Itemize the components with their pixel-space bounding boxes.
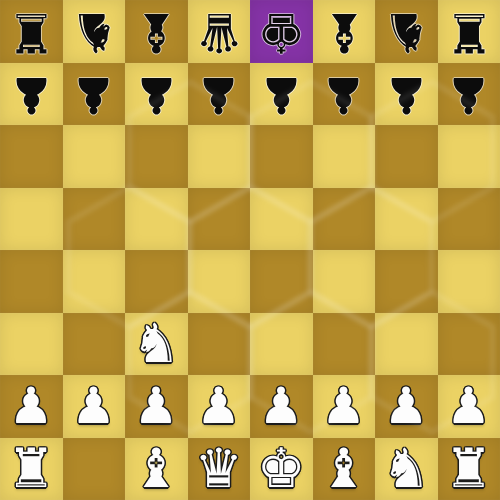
piece-black-pawn: ♟ xyxy=(446,63,491,126)
square-b8[interactable]: ♞ xyxy=(63,0,126,63)
square-b4[interactable] xyxy=(63,250,126,313)
square-e8[interactable]: ♚ xyxy=(250,0,313,63)
square-h6[interactable] xyxy=(438,125,500,188)
piece-black-king: ♚ xyxy=(257,0,305,63)
square-c5[interactable] xyxy=(125,188,188,251)
piece-white-pawn: ♟ xyxy=(71,375,116,438)
piece-white-pawn: ♟ xyxy=(384,375,429,438)
chess-board-wrapper: ♜♞♝♛♚♝♞♜♟♟♟♟♟♟♟♟♞♟♟♟♟♟♟♟♟♜♝♛♚♝♞♜ xyxy=(0,0,500,500)
square-a1[interactable]: ♜ xyxy=(0,438,63,500)
piece-white-pawn: ♟ xyxy=(259,375,304,438)
square-d2[interactable]: ♟ xyxy=(188,375,251,438)
square-g2[interactable]: ♟ xyxy=(375,375,438,438)
square-g6[interactable] xyxy=(375,125,438,188)
piece-white-knight: ♞ xyxy=(382,438,430,500)
piece-white-bishop: ♝ xyxy=(320,438,368,500)
piece-black-rook: ♜ xyxy=(7,0,55,63)
square-b2[interactable]: ♟ xyxy=(63,375,126,438)
piece-white-pawn: ♟ xyxy=(134,375,179,438)
square-f6[interactable] xyxy=(313,125,376,188)
piece-black-bishop: ♝ xyxy=(132,0,180,63)
piece-black-knight: ♞ xyxy=(382,0,430,63)
square-e2[interactable]: ♟ xyxy=(250,375,313,438)
square-g3[interactable] xyxy=(375,313,438,376)
piece-white-rook: ♜ xyxy=(445,438,493,500)
square-d1[interactable]: ♛ xyxy=(188,438,251,500)
square-f4[interactable] xyxy=(313,250,376,313)
square-e3[interactable] xyxy=(250,313,313,376)
square-g5[interactable] xyxy=(375,188,438,251)
piece-black-pawn: ♟ xyxy=(134,63,179,126)
square-e1[interactable]: ♚ xyxy=(250,438,313,500)
piece-white-bishop: ♝ xyxy=(132,438,180,500)
piece-black-pawn: ♟ xyxy=(9,63,54,126)
square-a8[interactable]: ♜ xyxy=(0,0,63,63)
square-d4[interactable] xyxy=(188,250,251,313)
square-f1[interactable]: ♝ xyxy=(313,438,376,500)
square-f8[interactable]: ♝ xyxy=(313,0,376,63)
square-h7[interactable]: ♟ xyxy=(438,63,500,126)
square-a3[interactable] xyxy=(0,313,63,376)
piece-white-pawn: ♟ xyxy=(196,375,241,438)
piece-white-knight: ♞ xyxy=(132,313,180,376)
piece-black-pawn: ♟ xyxy=(71,63,116,126)
square-e4[interactable] xyxy=(250,250,313,313)
square-b7[interactable]: ♟ xyxy=(63,63,126,126)
piece-black-pawn: ♟ xyxy=(384,63,429,126)
piece-white-king: ♚ xyxy=(257,438,305,500)
square-d8[interactable]: ♛ xyxy=(188,0,251,63)
square-d3[interactable] xyxy=(188,313,251,376)
piece-black-queen: ♛ xyxy=(195,0,243,63)
square-b1[interactable] xyxy=(63,438,126,500)
square-a4[interactable] xyxy=(0,250,63,313)
square-a6[interactable] xyxy=(0,125,63,188)
square-h1[interactable]: ♜ xyxy=(438,438,500,500)
square-c3[interactable]: ♞ xyxy=(125,313,188,376)
square-g1[interactable]: ♞ xyxy=(375,438,438,500)
square-g7[interactable]: ♟ xyxy=(375,63,438,126)
square-e7[interactable]: ♟ xyxy=(250,63,313,126)
square-f5[interactable] xyxy=(313,188,376,251)
piece-white-pawn: ♟ xyxy=(446,375,491,438)
square-e5[interactable] xyxy=(250,188,313,251)
square-h2[interactable]: ♟ xyxy=(438,375,500,438)
piece-black-knight: ♞ xyxy=(70,0,118,63)
square-c1[interactable]: ♝ xyxy=(125,438,188,500)
square-c2[interactable]: ♟ xyxy=(125,375,188,438)
piece-black-pawn: ♟ xyxy=(196,63,241,126)
square-f7[interactable]: ♟ xyxy=(313,63,376,126)
square-d7[interactable]: ♟ xyxy=(188,63,251,126)
square-c8[interactable]: ♝ xyxy=(125,0,188,63)
piece-black-bishop: ♝ xyxy=(320,0,368,63)
piece-white-queen: ♛ xyxy=(195,438,243,500)
square-d5[interactable] xyxy=(188,188,251,251)
square-h8[interactable]: ♜ xyxy=(438,0,500,63)
square-h3[interactable] xyxy=(438,313,500,376)
square-h5[interactable] xyxy=(438,188,500,251)
square-h4[interactable] xyxy=(438,250,500,313)
square-a2[interactable]: ♟ xyxy=(0,375,63,438)
piece-black-pawn: ♟ xyxy=(321,63,366,126)
square-d6[interactable] xyxy=(188,125,251,188)
square-f3[interactable] xyxy=(313,313,376,376)
square-b5[interactable] xyxy=(63,188,126,251)
chess-board: ♜♞♝♛♚♝♞♜♟♟♟♟♟♟♟♟♞♟♟♟♟♟♟♟♟♜♝♛♚♝♞♜ xyxy=(0,0,500,500)
square-c4[interactable] xyxy=(125,250,188,313)
square-e6[interactable] xyxy=(250,125,313,188)
piece-white-pawn: ♟ xyxy=(321,375,366,438)
piece-black-rook: ♜ xyxy=(445,0,493,63)
piece-black-pawn: ♟ xyxy=(259,63,304,126)
square-b6[interactable] xyxy=(63,125,126,188)
square-g8[interactable]: ♞ xyxy=(375,0,438,63)
square-g4[interactable] xyxy=(375,250,438,313)
square-b3[interactable] xyxy=(63,313,126,376)
piece-white-pawn: ♟ xyxy=(9,375,54,438)
square-f2[interactable]: ♟ xyxy=(313,375,376,438)
piece-white-rook: ♜ xyxy=(7,438,55,500)
square-a7[interactable]: ♟ xyxy=(0,63,63,126)
square-c6[interactable] xyxy=(125,125,188,188)
square-a5[interactable] xyxy=(0,188,63,251)
square-c7[interactable]: ♟ xyxy=(125,63,188,126)
